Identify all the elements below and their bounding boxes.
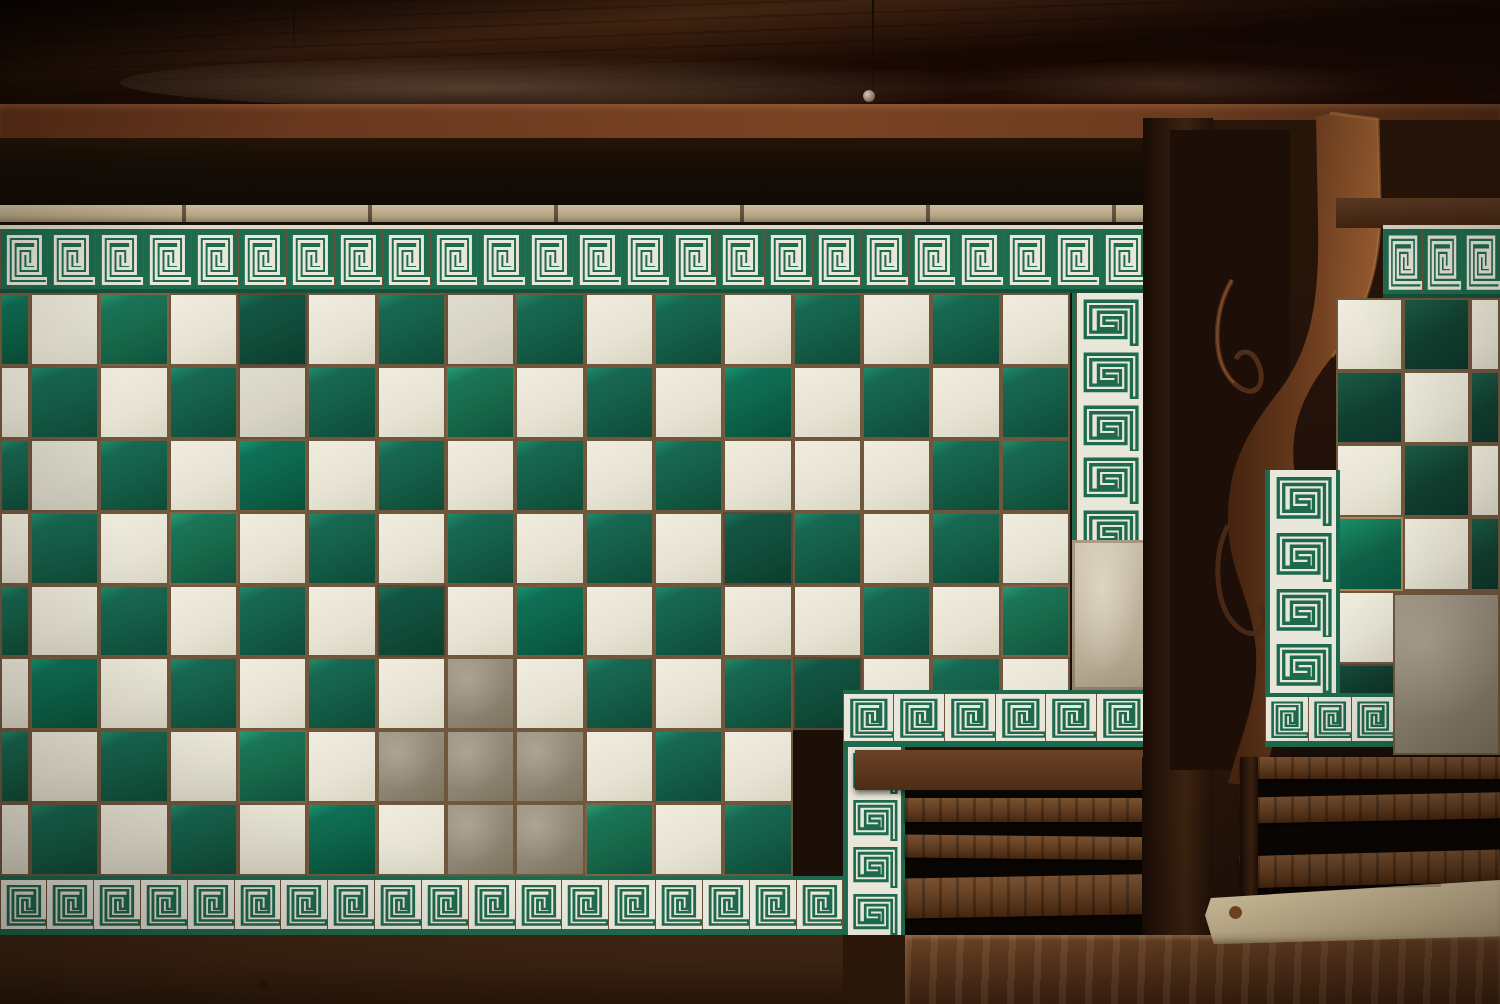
meander-spiral-tile [1046, 694, 1096, 741]
meander-spiral-tile [848, 794, 901, 841]
right-panel-lintel [1336, 198, 1500, 228]
meander-spiral-tile [328, 880, 374, 929]
white-tile [377, 657, 446, 730]
green-tile [1001, 439, 1070, 512]
white-tile [30, 439, 99, 512]
green-tile [30, 803, 99, 876]
top-meander-border [0, 225, 1147, 293]
white-tile [377, 512, 446, 585]
green-tile [793, 293, 862, 366]
green-tile [238, 730, 307, 803]
white-tile [515, 366, 584, 439]
white-tile [723, 585, 792, 658]
meander-spiral-tile [144, 229, 191, 289]
meander-spiral-tile [1423, 229, 1461, 294]
green-tile [723, 803, 792, 876]
green-tile [99, 585, 168, 658]
meander-spiral-tile [844, 694, 894, 741]
white-tile [654, 803, 723, 876]
white-tile [307, 439, 376, 512]
green-tile [793, 512, 862, 585]
bottom-sill-plank [905, 935, 1500, 1004]
green-tile [238, 585, 307, 658]
meander-spiral-tile [1077, 346, 1143, 399]
white-tile [793, 585, 862, 658]
meander-spiral-tile [239, 229, 286, 289]
meander-spiral-tile [422, 880, 468, 929]
green-tile [723, 512, 792, 585]
white-tile [862, 512, 931, 585]
green-tile [1403, 298, 1470, 371]
green-tile [307, 512, 376, 585]
meander-spiral-tile [894, 694, 944, 741]
white-tile [0, 803, 30, 876]
white-tile [169, 585, 238, 658]
vent-slat [905, 798, 1182, 822]
green-tile [238, 293, 307, 366]
white-tile [793, 366, 862, 439]
white-tile [377, 803, 446, 876]
tan-ledge-strip [0, 205, 1147, 223]
sill-shadow-corner [843, 935, 905, 1004]
green-tile [307, 366, 376, 439]
white-tile [238, 657, 307, 730]
white-tile [1403, 517, 1470, 590]
vent-slat [905, 835, 1182, 861]
wood-rail [855, 750, 1147, 790]
beam-crack [293, 0, 295, 60]
white-tile [654, 657, 723, 730]
meander-spiral-tile [956, 229, 1003, 289]
meander-spiral-tile [469, 880, 515, 929]
meander-spiral-tile [141, 880, 187, 929]
green-tile [585, 366, 654, 439]
white-tile [585, 439, 654, 512]
meander-spiral-tile [281, 880, 327, 929]
white-tile [446, 439, 515, 512]
white-tile [169, 730, 238, 803]
notch-meander-border [843, 690, 1147, 747]
green-tile [585, 657, 654, 730]
green-tile [1470, 371, 1500, 444]
beam-light-sheen-right [950, 60, 1400, 110]
white-tile [793, 439, 862, 512]
meander-spiral-tile [996, 694, 1046, 741]
green-tile [238, 439, 307, 512]
bottom-left-wood-strip [0, 935, 843, 1004]
white-tile [446, 585, 515, 658]
white-tile [1001, 293, 1070, 366]
white-tile [723, 293, 792, 366]
right-panel-bottom-meander-border [1265, 693, 1395, 747]
meander-spiral-tile [1384, 229, 1422, 294]
missing-tile-mortar [515, 803, 584, 876]
meander-spiral-tile [478, 229, 525, 289]
meander-spiral-tile [861, 229, 908, 289]
white-tile [723, 730, 792, 803]
green-tile [377, 585, 446, 658]
green-tile [1001, 585, 1070, 658]
green-tile [862, 366, 931, 439]
meander-spiral-tile [670, 229, 717, 289]
green-tile [931, 293, 1000, 366]
meander-spiral-tile [1352, 697, 1394, 741]
meander-spiral-tile [622, 229, 669, 289]
green-tile [654, 439, 723, 512]
meander-spiral-tile [96, 229, 143, 289]
white-tile [585, 585, 654, 658]
white-tile [307, 585, 376, 658]
green-tile [307, 657, 376, 730]
white-tile [0, 657, 30, 730]
green-tile [515, 585, 584, 658]
green-tile [1336, 517, 1403, 590]
vent-slat [905, 874, 1183, 919]
green-tile [99, 730, 168, 803]
green-tile [585, 512, 654, 585]
meander-spiral-tile [765, 229, 812, 289]
bottom-meander-border [0, 876, 843, 935]
meander-spiral-tile [1100, 229, 1147, 289]
white-tile [169, 293, 238, 366]
green-tile [931, 439, 1000, 512]
white-tile [30, 585, 99, 658]
green-tile [0, 293, 30, 366]
meander-spiral-tile [1077, 451, 1143, 504]
white-tile [446, 293, 515, 366]
white-tile [1470, 444, 1500, 517]
vent-slat [1240, 757, 1500, 779]
green-tile [169, 657, 238, 730]
green-tile [515, 293, 584, 366]
green-tile [169, 366, 238, 439]
green-tile [30, 512, 99, 585]
meander-spiral-tile [375, 880, 421, 929]
white-tile [99, 657, 168, 730]
missing-tile-mortar [446, 657, 515, 730]
green-tile [446, 512, 515, 585]
meander-spiral-tile [1077, 293, 1143, 346]
green-tile [30, 657, 99, 730]
plaster-patch-on-border [1072, 540, 1147, 690]
meander-spiral-tile [1270, 526, 1336, 582]
tiled-facade-photo [0, 0, 1500, 1004]
green-tile [0, 439, 30, 512]
meander-spiral-tile [945, 694, 995, 741]
green-tile [862, 585, 931, 658]
beam-light-sheen [120, 55, 1020, 110]
green-tile [1336, 371, 1403, 444]
white-tile [307, 293, 376, 366]
white-tile [1470, 298, 1500, 371]
white-tile [377, 366, 446, 439]
meander-spiral-tile [562, 880, 608, 929]
meander-spiral-tile [1004, 229, 1051, 289]
green-tile [446, 366, 515, 439]
white-tile [238, 803, 307, 876]
white-tile [238, 366, 307, 439]
white-tile [0, 512, 30, 585]
meander-spiral-tile [94, 880, 140, 929]
meander-spiral-tile [813, 229, 860, 289]
meander-spiral-tile [750, 880, 796, 929]
green-tile [654, 293, 723, 366]
meander-spiral-tile [1, 880, 47, 929]
missing-tile-mortar [446, 803, 515, 876]
white-tile [585, 730, 654, 803]
white-tile [99, 803, 168, 876]
white-tile [1336, 444, 1403, 517]
white-tile [654, 366, 723, 439]
meander-spiral-tile [1266, 697, 1308, 741]
green-tile [931, 512, 1000, 585]
green-tile [169, 512, 238, 585]
meander-spiral-tile [848, 888, 901, 935]
meander-spiral-tile [1462, 229, 1500, 294]
white-tile [931, 585, 1000, 658]
missing-tile-mortar [446, 730, 515, 803]
green-tile [169, 803, 238, 876]
meander-spiral-tile [48, 229, 95, 289]
green-tile [0, 730, 30, 803]
white-tile [862, 293, 931, 366]
white-tile [0, 366, 30, 439]
green-tile [307, 803, 376, 876]
meander-spiral-tile [1309, 697, 1351, 741]
meander-spiral-tile [609, 880, 655, 929]
nail-head [863, 90, 875, 102]
white-tile [931, 366, 1000, 439]
white-tile [515, 657, 584, 730]
meander-spiral-tile [797, 880, 843, 929]
paper-hole-dot [1229, 906, 1242, 919]
wood-knot [255, 978, 271, 990]
green-tile [585, 803, 654, 876]
white-tile [99, 512, 168, 585]
meander-spiral-tile [335, 229, 382, 289]
meander-spiral-tile [516, 880, 562, 929]
white-tile [1336, 298, 1403, 371]
meander-spiral-tile [1077, 399, 1143, 452]
meander-spiral-tile [1052, 229, 1099, 289]
white-tile [723, 439, 792, 512]
meander-spiral-tile [703, 880, 749, 929]
meander-spiral-tile [848, 841, 901, 888]
white-tile [862, 439, 931, 512]
left-vent-cavity [905, 790, 1182, 935]
green-tile [723, 657, 792, 730]
meander-spiral-tile [717, 229, 764, 289]
meander-spiral-tile [656, 880, 702, 929]
meander-spiral-tile [192, 229, 239, 289]
missing-tile-mortar [377, 730, 446, 803]
missing-tile-mortar [515, 730, 584, 803]
white-tile [30, 730, 99, 803]
vent-slat [1240, 792, 1500, 823]
green-tile [1001, 366, 1070, 439]
meander-spiral-tile [1270, 637, 1336, 693]
right-panel-top-meander-border [1383, 225, 1500, 298]
meander-spiral-tile [1270, 470, 1336, 526]
white-tile [307, 730, 376, 803]
white-tile [515, 512, 584, 585]
white-tile [1001, 512, 1070, 585]
white-tile [1403, 371, 1470, 444]
green-tile [654, 730, 723, 803]
white-tile [585, 293, 654, 366]
green-tile [0, 585, 30, 658]
green-tile [99, 439, 168, 512]
meander-spiral-tile [431, 229, 478, 289]
meander-spiral-tile [235, 880, 281, 929]
green-tile [515, 439, 584, 512]
green-tile [1403, 444, 1470, 517]
meander-spiral-tile [909, 229, 956, 289]
meander-spiral-tile [526, 229, 573, 289]
meander-spiral-tile [287, 229, 334, 289]
white-tile [654, 512, 723, 585]
green-tile [723, 366, 792, 439]
white-tile [30, 293, 99, 366]
meander-spiral-tile [1270, 582, 1336, 638]
meander-spiral-tile [574, 229, 621, 289]
white-tile [238, 512, 307, 585]
green-tile [30, 366, 99, 439]
white-tile [169, 439, 238, 512]
green-tile [1470, 517, 1500, 590]
meander-spiral-tile [47, 880, 93, 929]
green-tile [377, 293, 446, 366]
right-panel-vertical-meander-border [1265, 470, 1340, 693]
green-tile [654, 585, 723, 658]
green-tile [99, 293, 168, 366]
meander-spiral-tile [1, 229, 48, 289]
meander-spiral-tile [188, 880, 234, 929]
white-tile [99, 366, 168, 439]
meander-spiral-tile [1097, 694, 1147, 741]
green-tile [377, 439, 446, 512]
mortar-patch-right-panel [1393, 593, 1500, 755]
meander-spiral-tile [383, 229, 430, 289]
